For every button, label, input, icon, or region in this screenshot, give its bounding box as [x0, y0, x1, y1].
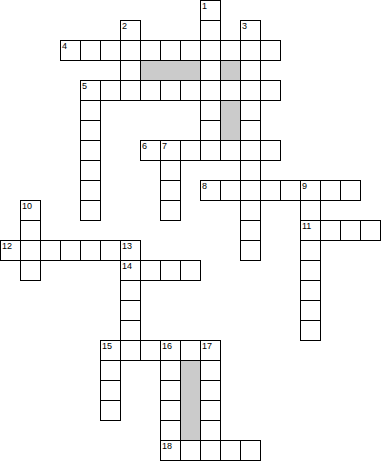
cell[interactable]: [200, 400, 221, 421]
cell[interactable]: [160, 400, 181, 421]
cell[interactable]: [140, 340, 161, 361]
cell[interactable]: [0, 240, 21, 261]
cell[interactable]: [200, 0, 221, 21]
cell[interactable]: [80, 200, 101, 221]
cell[interactable]: [220, 180, 241, 201]
cell[interactable]: [240, 180, 261, 201]
cell[interactable]: [140, 80, 161, 101]
cell[interactable]: [360, 220, 381, 241]
cell[interactable]: [240, 440, 261, 461]
cell[interactable]: [240, 20, 261, 41]
cell[interactable]: [80, 160, 101, 181]
cell[interactable]: [160, 80, 181, 101]
cell[interactable]: [320, 220, 341, 241]
cell[interactable]: [200, 60, 221, 81]
cell[interactable]: [220, 40, 241, 61]
cell[interactable]: [140, 40, 161, 61]
cell[interactable]: [340, 220, 361, 241]
cell[interactable]: [240, 160, 261, 181]
cell[interactable]: [300, 320, 321, 341]
cell[interactable]: [120, 60, 141, 81]
cell[interactable]: [220, 140, 241, 161]
cell[interactable]: [100, 80, 121, 101]
cell[interactable]: [180, 40, 201, 61]
shaded-cell-block[interactable]: [220, 60, 241, 81]
cell[interactable]: [200, 140, 221, 161]
cell[interactable]: [300, 260, 321, 281]
cell[interactable]: [200, 80, 221, 101]
cell[interactable]: [20, 220, 41, 241]
cell[interactable]: [300, 300, 321, 321]
cell[interactable]: [160, 440, 181, 461]
cell[interactable]: [80, 140, 101, 161]
cell[interactable]: [300, 280, 321, 301]
cell[interactable]: [20, 260, 41, 281]
cell[interactable]: [80, 120, 101, 141]
cell[interactable]: [80, 180, 101, 201]
cell[interactable]: [240, 200, 261, 221]
cell[interactable]: [60, 240, 81, 261]
cell[interactable]: [120, 20, 141, 41]
cell[interactable]: [200, 340, 221, 361]
cell[interactable]: [120, 300, 141, 321]
cell[interactable]: [100, 380, 121, 401]
cell[interactable]: [220, 440, 241, 461]
cell[interactable]: [160, 200, 181, 221]
cell[interactable]: [180, 260, 201, 281]
crossword-grid: 123456789101112131415161718: [0, 0, 381, 461]
cell[interactable]: [60, 40, 81, 61]
cell[interactable]: [160, 360, 181, 381]
cell[interactable]: [240, 60, 261, 81]
cell[interactable]: [240, 140, 261, 161]
cell[interactable]: [220, 80, 241, 101]
cell[interactable]: [300, 200, 321, 221]
cell[interactable]: [240, 120, 261, 141]
cell[interactable]: [80, 40, 101, 61]
cell[interactable]: [200, 20, 221, 41]
cell[interactable]: [120, 240, 141, 261]
cell[interactable]: [200, 180, 221, 201]
cell[interactable]: [120, 340, 141, 361]
cell[interactable]: [80, 80, 101, 101]
cell[interactable]: [320, 180, 341, 201]
cell[interactable]: [100, 400, 121, 421]
cell[interactable]: [160, 420, 181, 441]
cell[interactable]: [160, 140, 181, 161]
cell[interactable]: [260, 40, 281, 61]
cell[interactable]: [200, 120, 221, 141]
cell[interactable]: [160, 260, 181, 281]
cell[interactable]: [100, 360, 121, 381]
shaded-cell-block[interactable]: [140, 60, 201, 81]
cell[interactable]: [260, 140, 281, 161]
cell[interactable]: [200, 420, 221, 441]
cell[interactable]: [180, 440, 201, 461]
cell[interactable]: [260, 80, 281, 101]
cell[interactable]: [100, 340, 121, 361]
cell[interactable]: [200, 440, 221, 461]
cell[interactable]: [40, 240, 61, 261]
cell[interactable]: [240, 40, 261, 61]
cell[interactable]: [120, 260, 141, 281]
cell[interactable]: [240, 100, 261, 121]
cell[interactable]: [160, 180, 181, 201]
cell[interactable]: [120, 40, 141, 61]
cell[interactable]: [80, 240, 101, 261]
shaded-cell-block[interactable]: [180, 360, 201, 441]
cell[interactable]: [260, 180, 281, 201]
cell[interactable]: [200, 360, 221, 381]
cell[interactable]: [100, 40, 121, 61]
cell[interactable]: [200, 100, 221, 121]
cell[interactable]: [140, 140, 161, 161]
cell[interactable]: [200, 380, 221, 401]
cell[interactable]: [120, 320, 141, 341]
cell[interactable]: [120, 80, 141, 101]
cell[interactable]: [180, 140, 201, 161]
cell[interactable]: [240, 220, 261, 241]
cell[interactable]: [120, 280, 141, 301]
cell[interactable]: [160, 380, 181, 401]
cell[interactable]: [160, 340, 181, 361]
cell[interactable]: [300, 180, 321, 201]
cell[interactable]: [280, 180, 301, 201]
cell[interactable]: [200, 40, 221, 61]
cell[interactable]: [160, 40, 181, 61]
cell[interactable]: [20, 200, 41, 221]
cell[interactable]: [340, 180, 361, 201]
cell[interactable]: [300, 220, 321, 241]
cell[interactable]: [160, 160, 181, 181]
cell[interactable]: [20, 240, 41, 261]
cell[interactable]: [300, 240, 321, 261]
crossword-puzzle: 123456789101112131415161718: [0, 0, 381, 461]
cell[interactable]: [180, 80, 201, 101]
cell[interactable]: [100, 240, 121, 261]
cell[interactable]: [240, 240, 261, 261]
cell[interactable]: [80, 100, 101, 121]
cell[interactable]: [240, 80, 261, 101]
cell[interactable]: [140, 260, 161, 281]
shaded-cell-block[interactable]: [220, 100, 241, 141]
cell[interactable]: [180, 340, 201, 361]
